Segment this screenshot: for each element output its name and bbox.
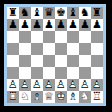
piece-wQ[interactable]: ♛♕ <box>43 91 55 103</box>
square-g7[interactable]: ♟ <box>79 19 91 31</box>
piece-wR[interactable]: ♜♖ <box>91 91 103 103</box>
chess-board-frame: ♜♞♝♛♚♝♞♜♟♟♟♟♟♟♟♟♟♙♟♙♟♙♟♙♟♙♟♙♟♙♟♙♜♖♞♘♝♗♛♕… <box>4 4 106 106</box>
square-f1[interactable]: ♝♗ <box>67 91 79 103</box>
white-piece-outline: ♕ <box>43 91 55 103</box>
square-e5[interactable] <box>55 43 67 55</box>
square-f6[interactable] <box>67 31 79 43</box>
square-a5[interactable] <box>7 43 19 55</box>
piece-bP[interactable]: ♟ <box>31 19 43 31</box>
piece-bP[interactable]: ♟ <box>67 19 79 31</box>
white-piece-outline: ♖ <box>91 91 103 103</box>
piece-bP[interactable]: ♟ <box>7 19 19 31</box>
piece-wN[interactable]: ♞♘ <box>19 91 31 103</box>
white-piece-outline: ♗ <box>67 91 79 103</box>
piece-bP[interactable]: ♟ <box>19 19 31 31</box>
white-piece-outline: ♖ <box>7 91 19 103</box>
square-f4[interactable] <box>67 55 79 67</box>
square-b5[interactable] <box>19 43 31 55</box>
white-piece-outline: ♗ <box>31 91 43 103</box>
square-f7[interactable]: ♟ <box>67 19 79 31</box>
square-e4[interactable] <box>55 55 67 67</box>
square-b6[interactable] <box>19 31 31 43</box>
square-d5[interactable] <box>43 43 55 55</box>
piece-bP[interactable]: ♟ <box>79 19 91 31</box>
chess-app: ♜♞♝♛♚♝♞♜♟♟♟♟♟♟♟♟♟♙♟♙♟♙♟♙♟♙♟♙♟♙♟♙♜♖♞♘♝♗♛♕… <box>0 0 112 112</box>
square-c7[interactable]: ♟ <box>31 19 43 31</box>
square-f5[interactable] <box>67 43 79 55</box>
square-h4[interactable] <box>91 55 103 67</box>
square-h5[interactable] <box>91 43 103 55</box>
piece-bP[interactable]: ♟ <box>55 19 67 31</box>
square-h7[interactable]: ♟ <box>91 19 103 31</box>
square-h6[interactable] <box>91 31 103 43</box>
square-e1[interactable]: ♚♔ <box>55 91 67 103</box>
square-g1[interactable]: ♞♘ <box>79 91 91 103</box>
white-piece-outline: ♘ <box>19 91 31 103</box>
piece-wR[interactable]: ♜♖ <box>7 91 19 103</box>
square-c6[interactable] <box>31 31 43 43</box>
square-d1[interactable]: ♛♕ <box>43 91 55 103</box>
piece-wB[interactable]: ♝♗ <box>31 91 43 103</box>
square-d4[interactable] <box>43 55 55 67</box>
square-a4[interactable] <box>7 55 19 67</box>
square-e7[interactable]: ♟ <box>55 19 67 31</box>
piece-bP[interactable]: ♟ <box>91 19 103 31</box>
square-h1[interactable]: ♜♖ <box>91 91 103 103</box>
square-a7[interactable]: ♟ <box>7 19 19 31</box>
white-piece-outline: ♔ <box>55 91 67 103</box>
square-d7[interactable]: ♟ <box>43 19 55 31</box>
white-piece-outline: ♘ <box>79 91 91 103</box>
square-c4[interactable] <box>31 55 43 67</box>
square-b7[interactable]: ♟ <box>19 19 31 31</box>
square-g4[interactable] <box>79 55 91 67</box>
square-b1[interactable]: ♞♘ <box>19 91 31 103</box>
square-a1[interactable]: ♜♖ <box>7 91 19 103</box>
square-g5[interactable] <box>79 43 91 55</box>
piece-wB[interactable]: ♝♗ <box>67 91 79 103</box>
square-g6[interactable] <box>79 31 91 43</box>
square-a6[interactable] <box>7 31 19 43</box>
square-c1[interactable]: ♝♗ <box>31 91 43 103</box>
square-b4[interactable] <box>19 55 31 67</box>
piece-bP[interactable]: ♟ <box>43 19 55 31</box>
piece-wK[interactable]: ♚♔ <box>55 91 67 103</box>
chess-board: ♜♞♝♛♚♝♞♜♟♟♟♟♟♟♟♟♟♙♟♙♟♙♟♙♟♙♟♙♟♙♟♙♜♖♞♘♝♗♛♕… <box>7 7 103 103</box>
square-c5[interactable] <box>31 43 43 55</box>
piece-wN[interactable]: ♞♘ <box>79 91 91 103</box>
square-e6[interactable] <box>55 31 67 43</box>
square-d6[interactable] <box>43 31 55 43</box>
